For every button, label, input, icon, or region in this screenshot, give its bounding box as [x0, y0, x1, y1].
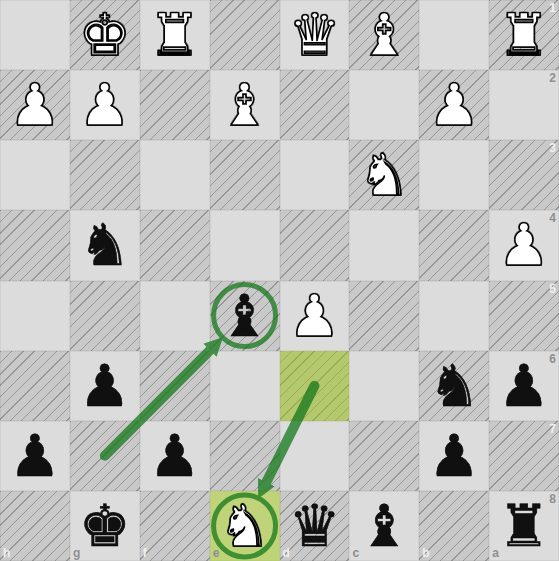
rank-label-5: 5	[549, 282, 556, 296]
square-f6[interactable]	[140, 351, 210, 421]
square-c2[interactable]	[349, 70, 419, 140]
piece-black-pawn[interactable]: ♟	[428, 427, 480, 485]
square-g4[interactable]: ♞	[70, 210, 140, 280]
square-h1[interactable]	[0, 0, 70, 70]
square-c7[interactable]	[349, 421, 419, 491]
square-c6[interactable]	[349, 351, 419, 421]
piece-black-bishop[interactable]: ♝	[219, 287, 271, 345]
square-d2[interactable]	[280, 70, 350, 140]
rank-label-8: 8	[549, 492, 556, 506]
piece-white-pawn[interactable]: ♟	[498, 216, 550, 274]
square-e3[interactable]	[210, 140, 280, 210]
square-b2[interactable]: ♟	[419, 70, 489, 140]
piece-black-pawn[interactable]: ♟	[149, 427, 201, 485]
square-g3[interactable]	[70, 140, 140, 210]
piece-white-pawn[interactable]: ♟	[79, 76, 131, 134]
piece-black-queen[interactable]: ♛	[288, 497, 340, 555]
square-a2[interactable]: 2	[489, 70, 559, 140]
rank-label-6: 6	[549, 352, 556, 366]
rank-label-3: 3	[549, 141, 556, 155]
rank-label-4: 4	[549, 211, 556, 225]
square-c8[interactable]: ♝c	[349, 491, 419, 561]
square-f5[interactable]	[140, 281, 210, 351]
square-b3[interactable]	[419, 140, 489, 210]
rank-label-2: 2	[549, 71, 556, 85]
square-a4[interactable]: ♟4	[489, 210, 559, 280]
square-g6[interactable]: ♟	[70, 351, 140, 421]
square-f7[interactable]: ♟	[140, 421, 210, 491]
square-d4[interactable]	[280, 210, 350, 280]
square-h8[interactable]: h	[0, 491, 70, 561]
square-g7[interactable]	[70, 421, 140, 491]
square-h6[interactable]	[0, 351, 70, 421]
piece-white-bishop[interactable]: ♝	[219, 76, 271, 134]
square-d6[interactable]	[280, 351, 350, 421]
square-a3[interactable]: 3	[489, 140, 559, 210]
square-b7[interactable]: ♟	[419, 421, 489, 491]
square-e2[interactable]: ♝	[210, 70, 280, 140]
square-f3[interactable]	[140, 140, 210, 210]
chess-board-stage: ♚♜♛♝♜1♟♟♝♟2♞3♞♟4♝♟5♟♞♟6♟♟♟7h♚gf♞e♛d♝cb♜8…	[0, 0, 559, 561]
piece-black-pawn[interactable]: ♟	[79, 357, 131, 415]
square-a7[interactable]: 7	[489, 421, 559, 491]
square-a1[interactable]: ♜1	[489, 0, 559, 70]
square-a5[interactable]: 5	[489, 281, 559, 351]
file-label-b: b	[422, 546, 429, 560]
piece-white-knight[interactable]: ♞	[358, 146, 410, 204]
square-h7[interactable]: ♟	[0, 421, 70, 491]
piece-black-king[interactable]: ♚	[79, 497, 131, 555]
square-g2[interactable]: ♟	[70, 70, 140, 140]
piece-black-rook[interactable]: ♜	[498, 497, 550, 555]
square-f2[interactable]	[140, 70, 210, 140]
square-d3[interactable]	[280, 140, 350, 210]
file-label-h: h	[3, 546, 10, 560]
square-e1[interactable]	[210, 0, 280, 70]
square-e4[interactable]	[210, 210, 280, 280]
piece-white-knight[interactable]: ♞	[219, 497, 271, 555]
piece-white-pawn[interactable]: ♟	[428, 76, 480, 134]
square-e7[interactable]	[210, 421, 280, 491]
square-e5[interactable]: ♝	[210, 281, 280, 351]
square-f4[interactable]	[140, 210, 210, 280]
square-d1[interactable]: ♛	[280, 0, 350, 70]
piece-black-pawn[interactable]: ♟	[9, 427, 61, 485]
file-label-f: f	[143, 546, 147, 560]
square-a6[interactable]: ♟6	[489, 351, 559, 421]
square-h2[interactable]: ♟	[0, 70, 70, 140]
square-g8[interactable]: ♚g	[70, 491, 140, 561]
piece-white-pawn[interactable]: ♟	[9, 76, 61, 134]
piece-white-queen[interactable]: ♛	[288, 6, 340, 64]
square-h4[interactable]	[0, 210, 70, 280]
piece-black-knight[interactable]: ♞	[428, 357, 480, 415]
piece-black-pawn[interactable]: ♟	[498, 357, 550, 415]
square-g5[interactable]	[70, 281, 140, 351]
rank-label-1: 1	[549, 1, 556, 15]
square-c5[interactable]	[349, 281, 419, 351]
piece-white-rook[interactable]: ♜	[498, 6, 550, 64]
chess-board: ♚♜♛♝♜1♟♟♝♟2♞3♞♟4♝♟5♟♞♟6♟♟♟7h♚gf♞e♛d♝cb♜8…	[0, 0, 559, 561]
square-b1[interactable]	[419, 0, 489, 70]
square-g1[interactable]: ♚	[70, 0, 140, 70]
square-f1[interactable]: ♜	[140, 0, 210, 70]
square-h5[interactable]	[0, 281, 70, 351]
piece-white-bishop[interactable]: ♝	[358, 6, 410, 64]
square-b6[interactable]: ♞	[419, 351, 489, 421]
piece-white-rook[interactable]: ♜	[149, 6, 201, 64]
rank-label-7: 7	[549, 422, 556, 436]
square-d8[interactable]: ♛d	[280, 491, 350, 561]
square-b8[interactable]: b	[419, 491, 489, 561]
square-f8[interactable]: f	[140, 491, 210, 561]
piece-white-king[interactable]: ♚	[79, 6, 131, 64]
piece-black-bishop[interactable]: ♝	[358, 497, 410, 555]
square-a8[interactable]: ♜8a	[489, 491, 559, 561]
square-d7[interactable]	[280, 421, 350, 491]
square-e6[interactable]	[210, 351, 280, 421]
square-b4[interactable]	[419, 210, 489, 280]
square-d5[interactable]: ♟	[280, 281, 350, 351]
square-e8[interactable]: ♞e	[210, 491, 280, 561]
square-h3[interactable]	[0, 140, 70, 210]
piece-white-pawn[interactable]: ♟	[288, 287, 340, 345]
square-c4[interactable]	[349, 210, 419, 280]
square-c1[interactable]: ♝	[349, 0, 419, 70]
square-c3[interactable]: ♞	[349, 140, 419, 210]
square-b5[interactable]	[419, 281, 489, 351]
piece-black-knight[interactable]: ♞	[79, 216, 131, 274]
